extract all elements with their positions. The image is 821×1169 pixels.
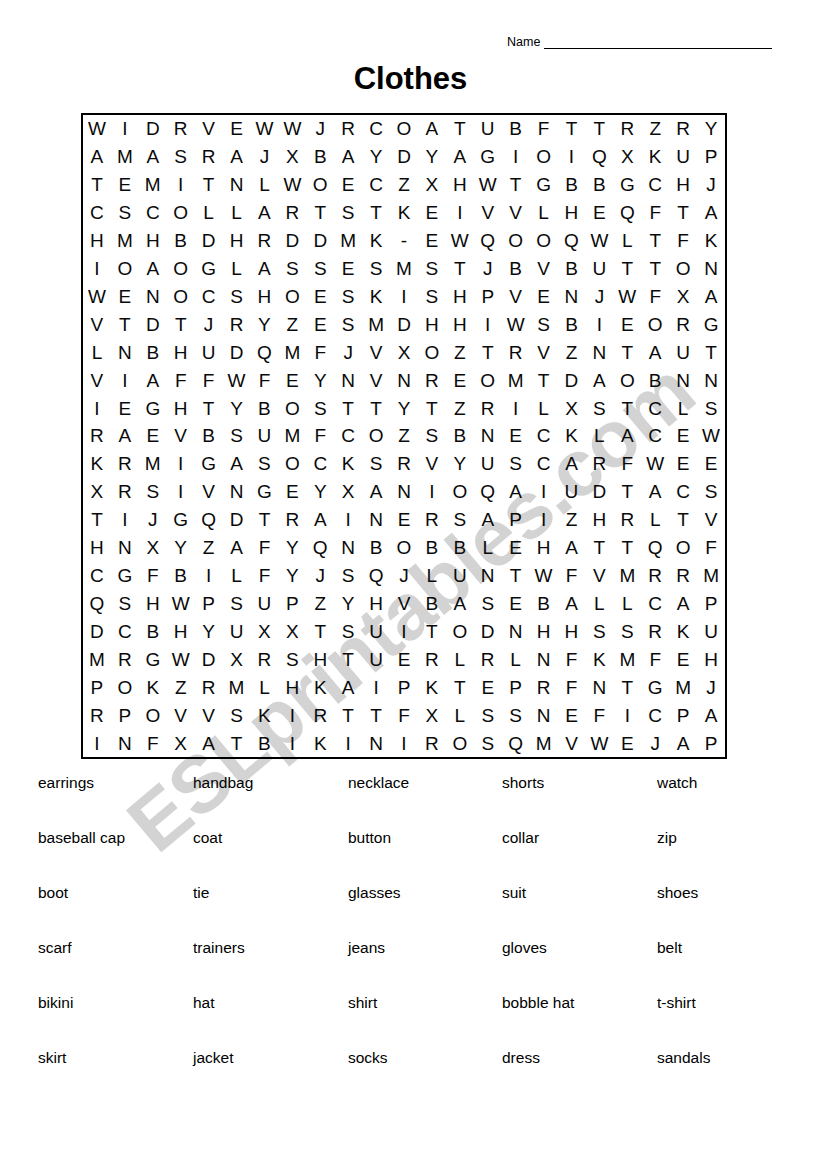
grid-cell-r11c23: S <box>697 394 725 422</box>
grid-cell-r12c8: M <box>278 422 306 450</box>
grid-cell-r5c20: L <box>613 227 641 255</box>
grid-cell-r23c10: I <box>334 729 362 757</box>
grid-cell-r10c5: F <box>195 366 223 394</box>
grid-cell-r16c21: Q <box>641 534 669 562</box>
grid-cell-r17c20: M <box>613 562 641 590</box>
grid-cell-r16c2: N <box>111 534 139 562</box>
grid-cell-r18c15: S <box>474 590 502 618</box>
grid-cell-r23c23: P <box>697 729 725 757</box>
grid-cell-r14c2: R <box>111 478 139 506</box>
grid-cell-r20c22: E <box>669 645 697 673</box>
grid-cell-r23c4: X <box>167 729 195 757</box>
grid-cell-r9c16: R <box>502 338 530 366</box>
grid-cell-r15c1: T <box>83 506 111 534</box>
grid-cell-r11c17: L <box>530 394 558 422</box>
word-list-item: glasses <box>348 884 502 939</box>
grid-cell-r3c19: B <box>585 171 613 199</box>
grid-cell-r13c6: A <box>223 450 251 478</box>
grid-cell-r21c20: T <box>613 673 641 701</box>
grid-cell-r15c18: Z <box>558 506 586 534</box>
grid-cell-r1c11: C <box>362 115 390 143</box>
grid-cell-r12c10: C <box>334 422 362 450</box>
grid-cell-r10c17: T <box>530 366 558 394</box>
grid-cell-r10c19: A <box>585 366 613 394</box>
grid-cell-r15c2: I <box>111 506 139 534</box>
grid-cell-r10c7: F <box>250 366 278 394</box>
grid-cell-r19c19: S <box>585 617 613 645</box>
grid-cell-r1c10: R <box>334 115 362 143</box>
grid-cell-r11c10: T <box>334 394 362 422</box>
grid-cell-r22c4: V <box>167 701 195 729</box>
grid-cell-r15c7: T <box>250 506 278 534</box>
grid-cell-r12c12: Z <box>390 422 418 450</box>
grid-cell-r6c13: S <box>418 255 446 283</box>
grid-cell-r19c17: H <box>530 617 558 645</box>
grid-cell-r4c12: K <box>390 199 418 227</box>
grid-cell-r6c14: T <box>446 255 474 283</box>
grid-cell-r9c15: T <box>474 338 502 366</box>
grid-cell-r7c18: N <box>558 282 586 310</box>
grid-cell-r13c4: I <box>167 450 195 478</box>
grid-cell-r12c18: K <box>558 422 586 450</box>
grid-cell-r13c19: R <box>585 450 613 478</box>
grid-cell-r7c12: I <box>390 282 418 310</box>
grid-cell-r2c12: D <box>390 143 418 171</box>
grid-cell-r7c19: J <box>585 282 613 310</box>
grid-cell-r4c7: A <box>250 199 278 227</box>
grid-cell-r19c9: T <box>306 617 334 645</box>
grid-cell-r9c8: M <box>278 338 306 366</box>
grid-cell-r14c9: Y <box>306 478 334 506</box>
grid-cell-r15c23: V <box>697 506 725 534</box>
grid-cell-r22c1: R <box>83 701 111 729</box>
grid-cell-r8c13: H <box>418 310 446 338</box>
grid-cell-r23c8: I <box>278 729 306 757</box>
grid-cell-r10c20: O <box>613 366 641 394</box>
grid-cell-r12c7: U <box>250 422 278 450</box>
grid-cell-r20c4: W <box>167 645 195 673</box>
grid-cell-r23c2: N <box>111 729 139 757</box>
grid-cell-r4c18: H <box>558 199 586 227</box>
word-list-item: hat <box>193 994 348 1049</box>
grid-cell-r11c15: R <box>474 394 502 422</box>
grid-cell-r9c6: D <box>223 338 251 366</box>
grid-cell-r7c5: C <box>195 282 223 310</box>
grid-cell-r18c23: P <box>697 590 725 618</box>
grid-cell-r6c18: B <box>558 255 586 283</box>
grid-cell-r16c11: B <box>362 534 390 562</box>
grid-cell-r18c3: H <box>139 590 167 618</box>
grid-cell-r20c13: R <box>418 645 446 673</box>
grid-cell-r18c10: Y <box>334 590 362 618</box>
grid-cell-r19c15: D <box>474 617 502 645</box>
word-list-item: scarf <box>38 939 193 994</box>
grid-cell-r17c2: G <box>111 562 139 590</box>
grid-cell-r16c13: B <box>418 534 446 562</box>
word-list-item: shirt <box>348 994 502 1049</box>
grid-cell-r14c15: Q <box>474 478 502 506</box>
grid-cell-r8c11: M <box>362 310 390 338</box>
grid-cell-r6c15: J <box>474 255 502 283</box>
grid-cell-r13c15: U <box>474 450 502 478</box>
grid-cell-r8c16: W <box>502 310 530 338</box>
grid-cell-r3c5: T <box>195 171 223 199</box>
word-list-item: shoes <box>657 884 807 939</box>
grid-cell-r9c2: N <box>111 338 139 366</box>
grid-cell-r8c20: E <box>613 310 641 338</box>
grid-cell-r21c23: J <box>697 673 725 701</box>
grid-cell-r16c10: N <box>334 534 362 562</box>
grid-cell-r23c6: T <box>223 729 251 757</box>
grid-cell-r23c16: Q <box>502 729 530 757</box>
grid-cell-r14c22: C <box>669 478 697 506</box>
grid-cell-r15c3: J <box>139 506 167 534</box>
grid-cell-r23c21: J <box>641 729 669 757</box>
grid-cell-r22c11: T <box>362 701 390 729</box>
grid-cell-r4c13: E <box>418 199 446 227</box>
grid-cell-r23c1: I <box>83 729 111 757</box>
grid-cell-r7c1: W <box>83 282 111 310</box>
grid-cell-r22c13: X <box>418 701 446 729</box>
grid-cell-r3c3: M <box>139 171 167 199</box>
name-label: Name <box>507 35 540 49</box>
grid-cell-r7c17: E <box>530 282 558 310</box>
grid-cell-r2c14: A <box>446 143 474 171</box>
grid-cell-r18c9: Z <box>306 590 334 618</box>
grid-cell-r16c1: H <box>83 534 111 562</box>
word-list-item: bobble hat <box>502 994 657 1049</box>
grid-cell-r19c1: D <box>83 617 111 645</box>
grid-cell-r16c23: F <box>697 534 725 562</box>
grid-cell-r15c10: I <box>334 506 362 534</box>
grid-cell-r1c4: R <box>167 115 195 143</box>
grid-cell-r14c21: A <box>641 478 669 506</box>
grid-cell-r22c15: S <box>474 701 502 729</box>
grid-cell-r7c15: P <box>474 282 502 310</box>
grid-cell-r23c13: R <box>418 729 446 757</box>
grid-cell-r17c23: M <box>697 562 725 590</box>
grid-cell-r13c21: W <box>641 450 669 478</box>
grid-cell-r11c11: T <box>362 394 390 422</box>
grid-cell-r20c8: S <box>278 645 306 673</box>
word-list-item: sandals <box>657 1049 807 1104</box>
grid-cell-r20c23: H <box>697 645 725 673</box>
grid-cell-r4c16: V <box>502 199 530 227</box>
grid-cell-r17c3: F <box>139 562 167 590</box>
grid-cell-r1c14: T <box>446 115 474 143</box>
grid-cell-r11c5: T <box>195 394 223 422</box>
grid-cell-r1c1: W <box>83 115 111 143</box>
grid-cell-r14c11: A <box>362 478 390 506</box>
grid-cell-r11c3: G <box>139 394 167 422</box>
grid-cell-r20c19: K <box>585 645 613 673</box>
grid-cell-r7c13: S <box>418 282 446 310</box>
grid-cell-r9c13: O <box>418 338 446 366</box>
grid-cell-r1c22: R <box>669 115 697 143</box>
grid-cell-r5c5: D <box>195 227 223 255</box>
grid-cell-r5c11: K <box>362 227 390 255</box>
word-list-item: coat <box>193 829 348 884</box>
grid-cell-r8c4: T <box>167 310 195 338</box>
grid-cell-r1c23: Y <box>697 115 725 143</box>
name-underline <box>544 35 772 49</box>
grid-cell-r1c18: T <box>558 115 586 143</box>
grid-cell-r22c14: L <box>446 701 474 729</box>
grid-cell-r10c10: N <box>334 366 362 394</box>
grid-cell-r3c18: B <box>558 171 586 199</box>
grid-cell-r16c22: O <box>669 534 697 562</box>
word-list-item: necklace <box>348 774 502 829</box>
grid-cell-r22c8: I <box>278 701 306 729</box>
grid-cell-r5c18: Q <box>558 227 586 255</box>
grid-cell-r10c1: V <box>83 366 111 394</box>
grid-cell-r11c22: L <box>669 394 697 422</box>
grid-cell-r3c9: O <box>306 171 334 199</box>
grid-cell-r13c17: C <box>530 450 558 478</box>
grid-cell-r12c2: A <box>111 422 139 450</box>
grid-cell-r14c19: D <box>585 478 613 506</box>
grid-cell-r19c5: Y <box>195 617 223 645</box>
grid-cell-r4c3: C <box>139 199 167 227</box>
grid-cell-r17c13: L <box>418 562 446 590</box>
grid-cell-r5c4: B <box>167 227 195 255</box>
grid-cell-r21c9: K <box>306 673 334 701</box>
grid-cell-r16c15: L <box>474 534 502 562</box>
grid-cell-r3c22: H <box>669 171 697 199</box>
grid-cell-r13c1: K <box>83 450 111 478</box>
grid-cell-r10c14: E <box>446 366 474 394</box>
grid-cell-r5c17: O <box>530 227 558 255</box>
grid-cell-r1c19: T <box>585 115 613 143</box>
word-list-item: zip <box>657 829 807 884</box>
grid-cell-r1c2: I <box>111 115 139 143</box>
grid-cell-r13c20: F <box>613 450 641 478</box>
name-field: Name <box>507 35 772 49</box>
grid-cell-r15c8: R <box>278 506 306 534</box>
grid-cell-r4c6: L <box>223 199 251 227</box>
grid-cell-r23c9: K <box>306 729 334 757</box>
grid-cell-r15c21: L <box>641 506 669 534</box>
grid-cell-r6c5: G <box>195 255 223 283</box>
grid-cell-r20c7: R <box>250 645 278 673</box>
grid-cell-r15c14: S <box>446 506 474 534</box>
grid-cell-r23c3: F <box>139 729 167 757</box>
grid-cell-r13c16: S <box>502 450 530 478</box>
grid-cell-r3c20: G <box>613 171 641 199</box>
grid-cell-r17c22: R <box>669 562 697 590</box>
grid-cell-r12c13: S <box>418 422 446 450</box>
grid-cell-r5c16: O <box>502 227 530 255</box>
grid-cell-r17c18: F <box>558 562 586 590</box>
grid-cell-r17c19: V <box>585 562 613 590</box>
grid-cell-r13c10: K <box>334 450 362 478</box>
grid-cell-r23c5: A <box>195 729 223 757</box>
grid-cell-r14c5: V <box>195 478 223 506</box>
grid-cell-r21c16: P <box>502 673 530 701</box>
grid-cell-r11c16: I <box>502 394 530 422</box>
grid-cell-r21c18: F <box>558 673 586 701</box>
grid-cell-r9c18: Z <box>558 338 586 366</box>
grid-cell-r9c20: T <box>613 338 641 366</box>
grid-cell-r2c17: O <box>530 143 558 171</box>
grid-cell-r5c6: H <box>223 227 251 255</box>
grid-cell-r23c14: O <box>446 729 474 757</box>
grid-cell-r12c19: L <box>585 422 613 450</box>
grid-cell-r4c2: S <box>111 199 139 227</box>
grid-cell-r15c6: D <box>223 506 251 534</box>
grid-cell-r2c5: R <box>195 143 223 171</box>
grid-cell-r6c9: S <box>306 255 334 283</box>
grid-cell-r7c11: K <box>362 282 390 310</box>
grid-cell-r8c18: B <box>558 310 586 338</box>
grid-cell-r6c8: S <box>278 255 306 283</box>
grid-cell-r19c11: U <box>362 617 390 645</box>
grid-cell-r13c5: G <box>195 450 223 478</box>
grid-cell-r1c16: B <box>502 115 530 143</box>
grid-cell-r2c6: A <box>223 143 251 171</box>
grid-cell-r16c18: A <box>558 534 586 562</box>
grid-cell-r9c4: H <box>167 338 195 366</box>
word-list-item: suit <box>502 884 657 939</box>
grid-cell-r3c16: T <box>502 171 530 199</box>
grid-cell-r17c16: T <box>502 562 530 590</box>
grid-cell-r8c22: R <box>669 310 697 338</box>
grid-cell-r18c8: P <box>278 590 306 618</box>
grid-cell-r3c8: W <box>278 171 306 199</box>
grid-cell-r3c6: N <box>223 171 251 199</box>
grid-cell-r17c5: I <box>195 562 223 590</box>
grid-cell-r17c17: W <box>530 562 558 590</box>
grid-cell-r9c3: B <box>139 338 167 366</box>
grid-cell-r3c21: C <box>641 171 669 199</box>
grid-cell-r5c1: H <box>83 227 111 255</box>
grid-cell-r15c22: T <box>669 506 697 534</box>
grid-cell-r11c12: Y <box>390 394 418 422</box>
grid-cell-r21c3: K <box>139 673 167 701</box>
grid-cell-r6c20: T <box>613 255 641 283</box>
grid-cell-r3c7: L <box>250 171 278 199</box>
grid-cell-r1c8: W <box>278 115 306 143</box>
grid-cell-r4c10: S <box>334 199 362 227</box>
grid-cell-r15c16: P <box>502 506 530 534</box>
grid-cell-r17c6: L <box>223 562 251 590</box>
grid-cell-r22c2: P <box>111 701 139 729</box>
grid-cell-r10c18: D <box>558 366 586 394</box>
grid-cell-r17c4: B <box>167 562 195 590</box>
word-list-item: bikini <box>38 994 193 1049</box>
grid-cell-r1c13: A <box>418 115 446 143</box>
grid-cell-r8c8: Z <box>278 310 306 338</box>
grid-cell-r10c11: V <box>362 366 390 394</box>
grid-cell-r3c23: J <box>697 171 725 199</box>
grid-cell-r14c16: A <box>502 478 530 506</box>
grid-cell-r23c18: V <box>558 729 586 757</box>
grid-cell-r4c19: E <box>585 199 613 227</box>
grid-cell-r10c6: W <box>223 366 251 394</box>
grid-cell-r8c9: E <box>306 310 334 338</box>
grid-cell-r21c21: G <box>641 673 669 701</box>
grid-cell-r6c6: L <box>223 255 251 283</box>
grid-cell-r8c23: G <box>697 310 725 338</box>
word-list-item: socks <box>348 1049 502 1104</box>
grid-cell-r12c5: B <box>195 422 223 450</box>
grid-cell-r21c14: T <box>446 673 474 701</box>
grid-cell-r9c22: U <box>669 338 697 366</box>
grid-cell-r5c23: K <box>697 227 725 255</box>
grid-cell-r20c21: F <box>641 645 669 673</box>
grid-cell-r2c3: A <box>139 143 167 171</box>
grid-cell-r18c1: Q <box>83 590 111 618</box>
grid-cell-r22c19: F <box>585 701 613 729</box>
grid-cell-r6c21: T <box>641 255 669 283</box>
grid-cell-r7c10: S <box>334 282 362 310</box>
grid-cell-r15c12: E <box>390 506 418 534</box>
word-list-item: tie <box>193 884 348 939</box>
grid-cell-r11c19: S <box>585 394 613 422</box>
grid-cell-r5c14: W <box>446 227 474 255</box>
grid-cell-r22c3: O <box>139 701 167 729</box>
grid-cell-r10c16: M <box>502 366 530 394</box>
grid-cell-r8c6: R <box>223 310 251 338</box>
grid-cell-r9c14: Z <box>446 338 474 366</box>
grid-cell-r14c4: I <box>167 478 195 506</box>
grid-cell-r7c9: E <box>306 282 334 310</box>
grid-cell-r7c2: E <box>111 282 139 310</box>
word-list-item: skirt <box>38 1049 193 1104</box>
grid-cell-r12c11: O <box>362 422 390 450</box>
grid-cell-r17c9: J <box>306 562 334 590</box>
grid-cell-r12c3: E <box>139 422 167 450</box>
grid-cell-r9c9: F <box>306 338 334 366</box>
grid-cell-r13c13: V <box>418 450 446 478</box>
word-list-item: baseball cap <box>38 829 193 884</box>
grid-cell-r10c4: F <box>167 366 195 394</box>
grid-cell-r1c17: F <box>530 115 558 143</box>
grid-cell-r19c10: S <box>334 617 362 645</box>
grid-cell-r21c12: P <box>390 673 418 701</box>
grid-cell-r16c19: T <box>585 534 613 562</box>
grid-cell-r7c8: O <box>278 282 306 310</box>
grid-cell-r20c20: M <box>613 645 641 673</box>
grid-cell-r19c20: S <box>613 617 641 645</box>
grid-cell-r16c17: H <box>530 534 558 562</box>
grid-cell-r1c20: R <box>613 115 641 143</box>
grid-cell-r22c18: E <box>558 701 586 729</box>
grid-cell-r5c7: R <box>250 227 278 255</box>
grid-cell-r6c19: U <box>585 255 613 283</box>
grid-cell-r14c20: T <box>613 478 641 506</box>
grid-cell-r2c22: U <box>669 143 697 171</box>
grid-cell-r20c17: N <box>530 645 558 673</box>
page-title: Clothes <box>0 61 821 97</box>
grid-cell-r21c6: M <box>223 673 251 701</box>
grid-cell-r17c14: U <box>446 562 474 590</box>
grid-cell-r18c6: S <box>223 590 251 618</box>
grid-cell-r22c12: F <box>390 701 418 729</box>
grid-cell-r9c17: V <box>530 338 558 366</box>
grid-cell-r14c17: I <box>530 478 558 506</box>
grid-cell-r20c9: H <box>306 645 334 673</box>
grid-cell-r8c19: I <box>585 310 613 338</box>
grid-cell-r17c7: F <box>250 562 278 590</box>
grid-cell-r12c21: C <box>641 422 669 450</box>
grid-cell-r22c22: P <box>669 701 697 729</box>
grid-cell-r16c7: F <box>250 534 278 562</box>
grid-cell-r2c1: A <box>83 143 111 171</box>
grid-cell-r18c5: P <box>195 590 223 618</box>
grid-cell-r13c18: A <box>558 450 586 478</box>
grid-cell-r14c18: U <box>558 478 586 506</box>
